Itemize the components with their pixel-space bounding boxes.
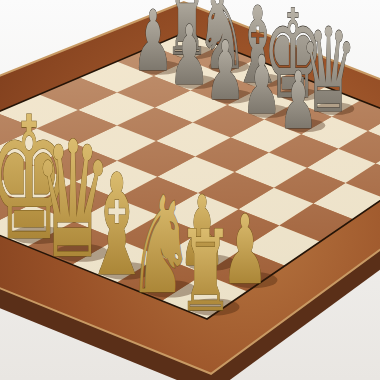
piece-black-pawn-f7: ♟ [205, 23, 245, 117]
piece-black-pawn-e7: ♟ [242, 39, 282, 132]
piece-black-pawn-h7: ♟ [132, 0, 173, 90]
piece-black-pawn-d7: ♟ [279, 54, 318, 146]
board-scene: ♜♞♟♝♟♚♟♛♟♟♚♛♟♝♟♞♜ [0, 0, 380, 380]
chess-board-photo: ♜♞♟♝♟♚♟♛♟♟♚♛♟♝♟♞♜ [0, 0, 380, 380]
piece-white-rook-a1: ♜ [178, 206, 233, 336]
piece-black-pawn-g7: ♟ [169, 7, 210, 104]
